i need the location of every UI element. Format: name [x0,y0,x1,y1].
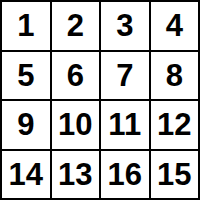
tile-r4c3[interactable]: 16 [101,151,149,199]
tile-r3c2[interactable]: 10 [52,101,100,149]
tile-r4c4[interactable]: 15 [151,151,199,199]
tile-r4c2[interactable]: 13 [52,151,100,199]
tile-r2c1[interactable]: 5 [2,52,50,100]
tile-r3c3[interactable]: 11 [101,101,149,149]
tile-r1c4[interactable]: 4 [151,2,199,50]
tile-r4c1[interactable]: 14 [2,151,50,199]
tile-r2c4[interactable]: 8 [151,52,199,100]
tile-r2c3[interactable]: 7 [101,52,149,100]
tile-r3c4[interactable]: 12 [151,101,199,149]
tile-r3c1[interactable]: 9 [2,101,50,149]
tile-r1c3[interactable]: 3 [101,2,149,50]
tile-r1c2[interactable]: 2 [52,2,100,50]
puzzle-board: 1 2 3 4 5 6 7 8 9 10 11 12 14 13 16 15 [0,0,200,200]
tile-r2c2[interactable]: 6 [52,52,100,100]
tile-r1c1[interactable]: 1 [2,2,50,50]
